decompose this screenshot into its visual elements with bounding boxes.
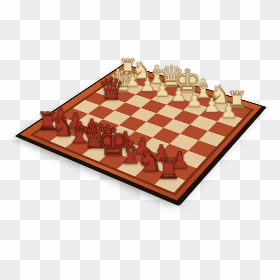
board-tilt: ♜♞♝♛♚♝♞♜♟♟♟♟♟♟♟♟♛♛♟♟♟♟♟♟♟♟♜♞♝♛♚♝♞♜ xyxy=(15,64,267,207)
piece-layer: ♜♞♝♛♚♝♞♜♟♟♟♟♟♟♟♟♛♛♟♟♟♟♟♟♟♟♜♞♝♛♚♝♞♜ xyxy=(30,70,255,196)
chess-board: ♜♞♝♛♚♝♞♜♟♟♟♟♟♟♟♟♛♛♟♟♟♟♟♟♟♟♜♞♝♛♚♝♞♜ xyxy=(30,70,255,196)
padauk-queen: ♛ xyxy=(83,74,140,104)
boxwood-pawn: ♟ xyxy=(199,101,259,121)
padauk-rook: ♜ xyxy=(133,155,204,183)
board-frame: ♜♞♝♛♚♝♞♜♟♟♟♟♟♟♟♟♛♛♟♟♟♟♟♟♟♟♜♞♝♛♚♝♞♜ xyxy=(15,64,267,207)
transparency-background: ♜♞♝♛♚♝♞♜♟♟♟♟♟♟♟♟♛♛♟♟♟♟♟♟♟♟♜♞♝♛♚♝♞♜ xyxy=(0,0,280,280)
product-photo: ♜♞♝♛♚♝♞♜♟♟♟♟♟♟♟♟♛♛♟♟♟♟♟♟♟♟♜♞♝♛♚♝♞♜ xyxy=(0,0,280,280)
